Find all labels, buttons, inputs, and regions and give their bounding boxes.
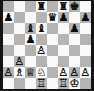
square-f8[interactable]: ♜ (58, 1, 69, 12)
piece-white-king-g1[interactable]: ♔ (70, 78, 80, 89)
square-d6[interactable]: ♝ (36, 23, 47, 34)
piece-black-pawn-h7[interactable]: ♟ (81, 12, 91, 23)
piece-white-pawn-f2[interactable]: ♙ (59, 67, 69, 78)
piece-white-pawn-a2[interactable]: ♙ (4, 67, 14, 78)
square-a2[interactable]: ♙ (3, 67, 14, 78)
square-a5[interactable] (3, 34, 14, 45)
square-b7[interactable] (14, 12, 25, 23)
piece-black-king-g8[interactable]: ♚ (70, 1, 80, 12)
piece-white-knight-d2[interactable]: ♘ (37, 67, 47, 78)
square-f6[interactable] (58, 23, 69, 34)
square-e1[interactable] (47, 78, 58, 89)
square-d2[interactable]: ♘ (36, 67, 47, 78)
piece-white-queen-c2[interactable]: ♕ (26, 67, 36, 78)
square-d4[interactable]: ♙ (36, 45, 47, 56)
square-b8[interactable] (14, 1, 25, 12)
square-d5[interactable] (36, 34, 47, 45)
square-d7[interactable] (36, 12, 47, 23)
square-g7[interactable] (69, 12, 80, 23)
square-a7[interactable]: ♟ (3, 12, 14, 23)
square-e8[interactable] (47, 1, 58, 12)
square-b1[interactable] (14, 78, 25, 89)
square-a4[interactable] (3, 45, 14, 56)
piece-black-queen-e7[interactable]: ♛ (48, 12, 58, 23)
piece-black-pawn-c5[interactable]: ♟ (26, 34, 36, 45)
square-c6[interactable]: ♝ (25, 23, 36, 34)
square-a6[interactable] (3, 23, 14, 34)
piece-black-pawn-g6[interactable]: ♟ (70, 23, 80, 34)
piece-white-pawn-g2[interactable]: ♙ (70, 67, 80, 78)
square-d1[interactable]: ♖ (36, 78, 47, 89)
square-g6[interactable]: ♟ (69, 23, 80, 34)
square-b6[interactable] (14, 23, 25, 34)
square-g5[interactable] (69, 34, 80, 45)
square-e4[interactable] (47, 45, 58, 56)
piece-black-rook-f8[interactable]: ♜ (59, 1, 69, 12)
square-b5[interactable] (14, 34, 25, 45)
board-frame: ♜♜♚♟♛♟♟♝♝♟♟♙♙♙♗♕♘♙♙♙♖♖♔ (0, 0, 94, 91)
square-h6[interactable] (80, 23, 91, 34)
square-d8[interactable]: ♜ (36, 1, 47, 12)
piece-black-pawn-a7[interactable]: ♟ (4, 12, 14, 23)
square-h5[interactable] (80, 34, 91, 45)
square-e2[interactable] (47, 67, 58, 78)
square-a8[interactable] (3, 1, 14, 12)
piece-black-pawn-f7[interactable]: ♟ (59, 12, 69, 23)
square-h8[interactable] (80, 1, 91, 12)
square-h3[interactable] (80, 56, 91, 67)
square-g8[interactable]: ♚ (69, 1, 80, 12)
square-b3[interactable]: ♙ (14, 56, 25, 67)
square-e3[interactable] (47, 56, 58, 67)
piece-white-pawn-b3[interactable]: ♙ (15, 56, 25, 67)
piece-black-bishop-c6[interactable]: ♝ (26, 23, 36, 34)
square-c1[interactable] (25, 78, 36, 89)
square-c2[interactable]: ♕ (25, 67, 36, 78)
piece-white-rook-f1[interactable]: ♖ (59, 78, 69, 89)
square-f5[interactable] (58, 34, 69, 45)
square-c8[interactable] (25, 1, 36, 12)
square-h4[interactable] (80, 45, 91, 56)
square-f1[interactable]: ♖ (58, 78, 69, 89)
piece-white-pawn-d4[interactable]: ♙ (37, 45, 47, 56)
square-g1[interactable]: ♔ (69, 78, 80, 89)
chess-diagram: ♜♜♚♟♛♟♟♝♝♟♟♙♙♙♗♕♘♙♙♙♖♖♔ (0, 0, 94, 91)
square-f4[interactable] (58, 45, 69, 56)
square-g3[interactable] (69, 56, 80, 67)
square-e7[interactable]: ♛ (47, 12, 58, 23)
piece-black-rook-d8[interactable]: ♜ (37, 1, 47, 12)
square-e6[interactable] (47, 23, 58, 34)
square-a3[interactable] (3, 56, 14, 67)
square-f2[interactable]: ♙ (58, 67, 69, 78)
square-f3[interactable] (58, 56, 69, 67)
square-e5[interactable] (47, 34, 58, 45)
square-d3[interactable] (36, 56, 47, 67)
square-h2[interactable]: ♙ (80, 67, 91, 78)
piece-white-rook-d1[interactable]: ♖ (37, 78, 47, 89)
square-b4[interactable] (14, 45, 25, 56)
square-c7[interactable] (25, 12, 36, 23)
piece-white-bishop-b2[interactable]: ♗ (15, 67, 25, 78)
square-g2[interactable]: ♙ (69, 67, 80, 78)
square-h1[interactable] (80, 78, 91, 89)
square-h7[interactable]: ♟ (80, 12, 91, 23)
square-b2[interactable]: ♗ (14, 67, 25, 78)
piece-black-bishop-d6[interactable]: ♝ (37, 23, 47, 34)
square-c4[interactable] (25, 45, 36, 56)
square-c3[interactable] (25, 56, 36, 67)
square-f7[interactable]: ♟ (58, 12, 69, 23)
square-g4[interactable] (69, 45, 80, 56)
square-a1[interactable] (3, 78, 14, 89)
square-c5[interactable]: ♟ (25, 34, 36, 45)
chess-board: ♜♜♚♟♛♟♟♝♝♟♟♙♙♙♗♕♘♙♙♙♖♖♔ (3, 1, 91, 89)
piece-white-pawn-h2[interactable]: ♙ (81, 67, 91, 78)
